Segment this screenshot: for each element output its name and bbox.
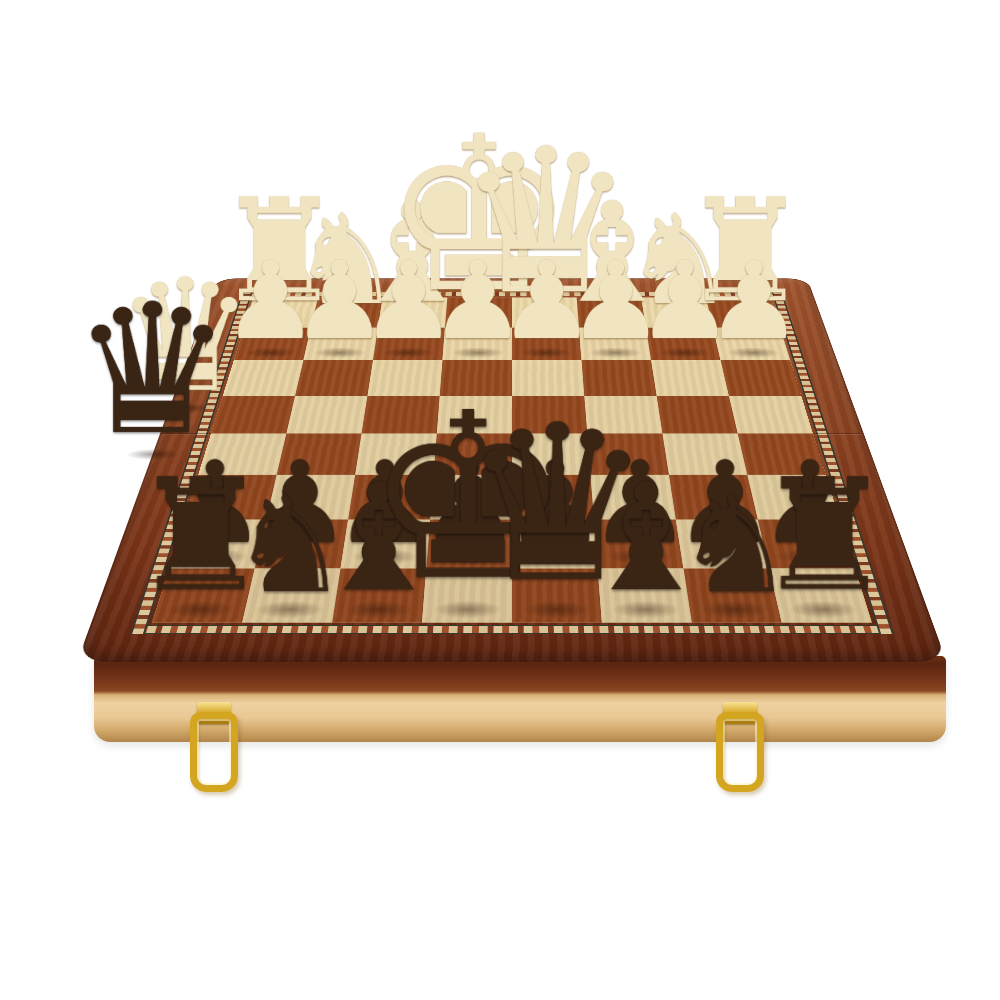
clasp-loop[interactable] [190, 712, 238, 792]
inlay-border-bottom [130, 625, 894, 634]
clasp-right[interactable] [712, 702, 768, 792]
fold-seam [162, 433, 861, 434]
playing-area [152, 298, 871, 623]
clasp-loop[interactable] [716, 712, 764, 792]
clasp-left[interactable] [186, 702, 242, 792]
chess-board: ♜︎♞︎♝︎♚︎♛︎♝︎♞︎♜︎♟︎♟︎♟︎♟︎♟︎♟︎♟︎♟︎♟︎♟︎♟︎♟︎… [77, 278, 947, 662]
chess-set-photo: ♜︎♞︎♝︎♚︎♛︎♝︎♞︎♜︎♟︎♟︎♟︎♟︎♟︎♟︎♟︎♟︎♟︎♟︎♟︎♟︎… [0, 0, 1000, 1000]
